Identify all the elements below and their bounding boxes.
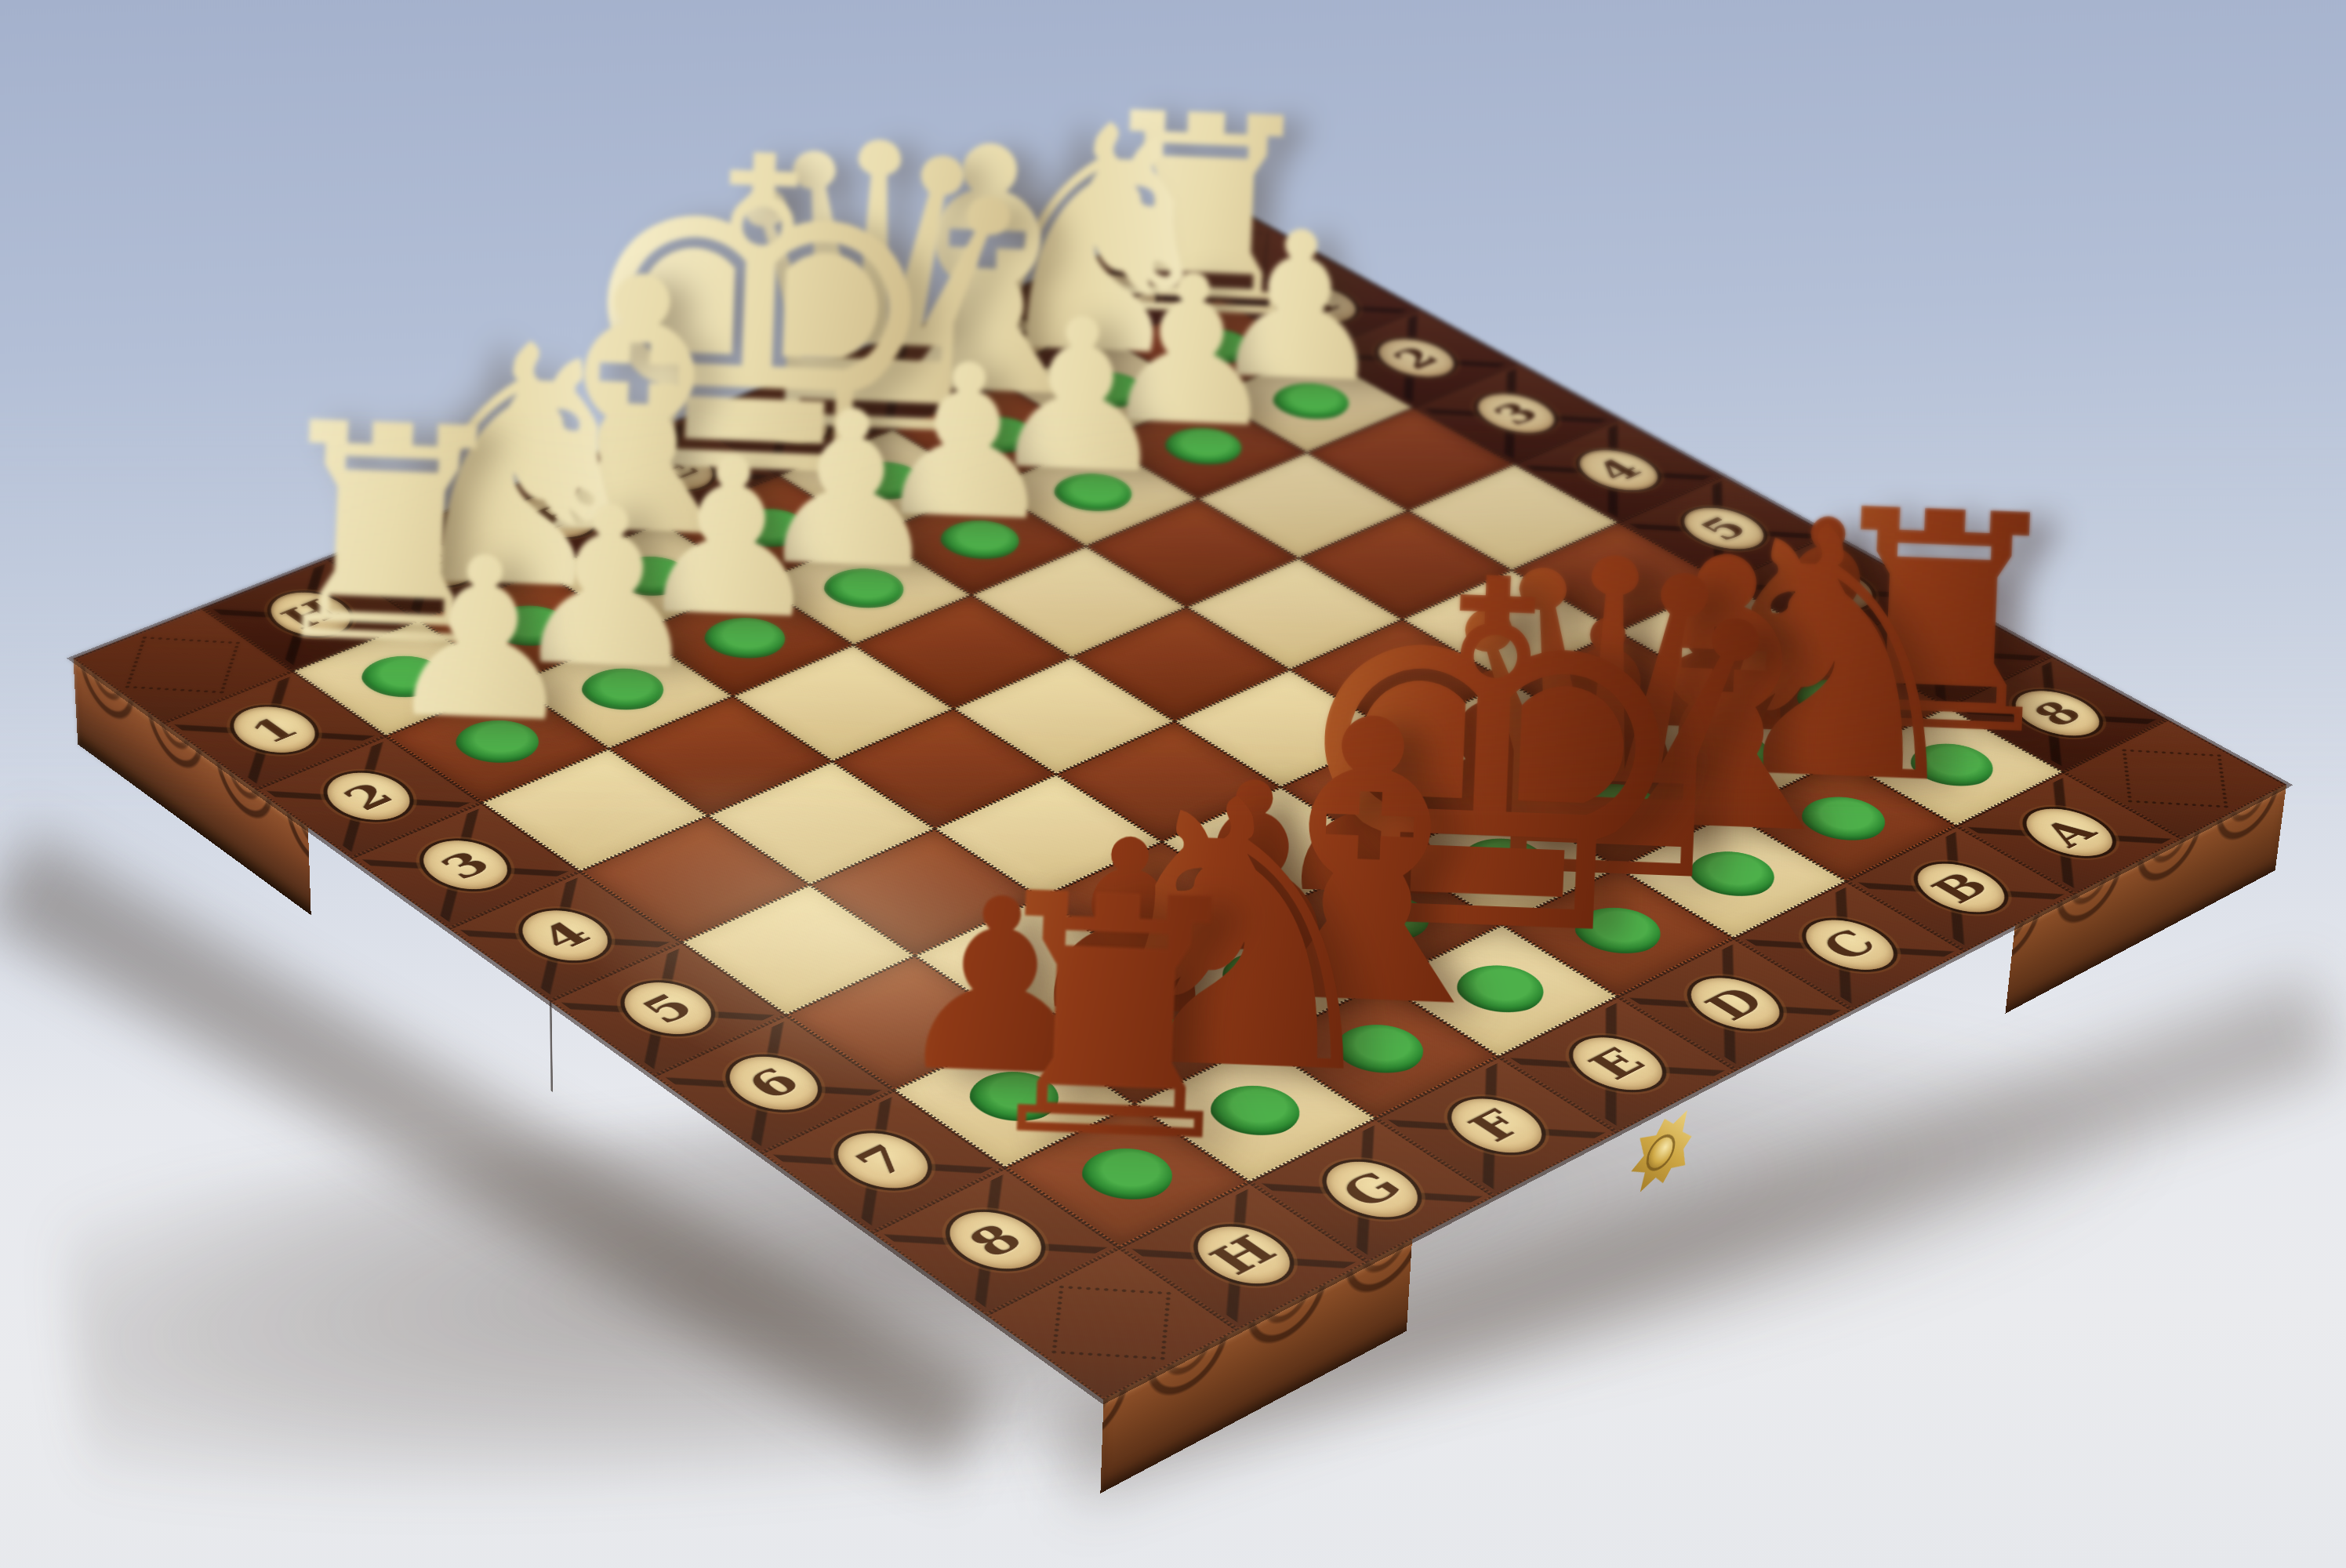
rook-glyph: ♜ <box>848 845 1381 1195</box>
coordinate-medallion: E <box>620 442 728 498</box>
perspective-scene: 1122334455667788AABBCCDDEEFFGGHH ♜♞♝♛♚♝♞… <box>0 0 2346 1568</box>
pawn-glyph: ♟ <box>240 519 724 760</box>
coordinate-label: 2 <box>1383 341 1449 374</box>
chess-set-photo: 1122334455667788AABBCCDDEEFFGGHH ♜♞♝♛♚♝♞… <box>0 0 2346 1568</box>
coordinate-medallion: A <box>1067 267 1171 318</box>
coordinate-label: C <box>867 361 937 397</box>
coordinate-medallion: 1 <box>1266 278 1371 329</box>
coordinate-label: 3 <box>1483 396 1550 430</box>
coordinate-label: E <box>640 452 710 488</box>
fold-seam <box>550 1001 553 1092</box>
coordinate-medallion: 3 <box>1462 387 1570 440</box>
chess-board: 1122334455667788AABBCCDDEEFFGGHH ♜♞♝♛♚♝♞… <box>73 205 2286 1400</box>
pieces-layer: ♜♞♝♛♚♝♞♜♟♟♟♟♟♟♟♟♟♟♟♟♟♟♟♟♜♞♝♛♚♝♞♜ <box>73 205 2286 1400</box>
camera-tilt: 1122334455667788AABBCCDDEEFFGGHH ♜♞♝♛♚♝♞… <box>0 0 2346 1568</box>
coordinate-label: D <box>753 405 826 443</box>
coordinate-medallion: D <box>736 397 844 451</box>
coordinate-label: 1 <box>1286 288 1351 320</box>
coordinate-label: B <box>976 318 1047 353</box>
coordinate-medallion: B <box>960 310 1065 361</box>
coordinate-medallion: 2 <box>1364 332 1469 384</box>
coordinate-label: A <box>1085 276 1153 310</box>
coordinate-medallion: C <box>849 353 955 406</box>
